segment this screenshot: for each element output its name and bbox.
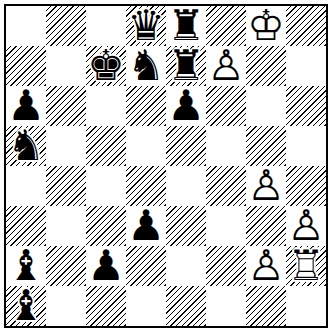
black-pawn-c2[interactable]: ♟ xyxy=(86,246,126,286)
square-g6[interactable] xyxy=(246,86,286,126)
square-f5[interactable] xyxy=(206,126,246,166)
square-a2[interactable]: ♝ xyxy=(6,246,46,286)
square-e4[interactable] xyxy=(166,166,206,206)
square-c8[interactable] xyxy=(86,6,126,46)
square-e3[interactable] xyxy=(166,206,206,246)
square-b2[interactable] xyxy=(46,246,86,286)
square-b4[interactable] xyxy=(46,166,86,206)
square-f7[interactable]: ♟♙ xyxy=(206,46,246,86)
square-c1[interactable] xyxy=(86,286,126,326)
square-a6[interactable]: ♟ xyxy=(6,86,46,126)
square-d7[interactable]: ♞ xyxy=(126,46,166,86)
square-g7[interactable] xyxy=(246,46,286,86)
square-a7[interactable] xyxy=(6,46,46,86)
square-h6[interactable] xyxy=(286,86,326,126)
square-h8[interactable] xyxy=(286,6,326,46)
square-a1[interactable]: ♝ xyxy=(6,286,46,326)
black-king-c7[interactable]: ♚ xyxy=(86,46,126,86)
square-h1[interactable] xyxy=(286,286,326,326)
square-g3[interactable] xyxy=(246,206,286,246)
square-e5[interactable] xyxy=(166,126,206,166)
black-bishop-a2[interactable]: ♝ xyxy=(6,246,46,286)
square-b1[interactable] xyxy=(46,286,86,326)
square-g8[interactable]: ♚♔ xyxy=(246,6,286,46)
square-b6[interactable] xyxy=(46,86,86,126)
square-d8[interactable]: ♛ xyxy=(126,6,166,46)
square-f2[interactable] xyxy=(206,246,246,286)
square-d2[interactable] xyxy=(126,246,166,286)
black-pawn-d3[interactable]: ♟ xyxy=(126,206,166,246)
square-c3[interactable] xyxy=(86,206,126,246)
square-f1[interactable] xyxy=(206,286,246,326)
square-a4[interactable] xyxy=(6,166,46,206)
square-a5[interactable]: ♞ xyxy=(6,126,46,166)
black-rook-e8[interactable]: ♜ xyxy=(166,6,206,46)
square-c5[interactable] xyxy=(86,126,126,166)
white-pawn-f7[interactable]: ♙ xyxy=(206,46,246,86)
square-b3[interactable] xyxy=(46,206,86,246)
square-b5[interactable] xyxy=(46,126,86,166)
white-pawn-g2[interactable]: ♙ xyxy=(246,246,286,286)
square-e6[interactable]: ♟ xyxy=(166,86,206,126)
black-rook-e7[interactable]: ♜ xyxy=(166,46,206,86)
square-a8[interactable] xyxy=(6,6,46,46)
square-g5[interactable] xyxy=(246,126,286,166)
square-b7[interactable] xyxy=(46,46,86,86)
black-knight-a5[interactable]: ♞ xyxy=(6,126,46,166)
square-d5[interactable] xyxy=(126,126,166,166)
square-f6[interactable] xyxy=(206,86,246,126)
square-e8[interactable]: ♜ xyxy=(166,6,206,46)
square-h5[interactable] xyxy=(286,126,326,166)
square-d3[interactable]: ♟ xyxy=(126,206,166,246)
black-queen-d8[interactable]: ♛ xyxy=(126,6,166,46)
square-h7[interactable] xyxy=(286,46,326,86)
square-a3[interactable] xyxy=(6,206,46,246)
white-pawn-h3[interactable]: ♙ xyxy=(286,206,326,246)
square-e7[interactable]: ♜ xyxy=(166,46,206,86)
white-rook-h2[interactable]: ♖ xyxy=(286,246,326,286)
square-g4[interactable]: ♟♙ xyxy=(246,166,286,206)
square-c6[interactable] xyxy=(86,86,126,126)
square-h3[interactable]: ♟♙ xyxy=(286,206,326,246)
black-pawn-a6[interactable]: ♟ xyxy=(6,86,46,126)
white-pawn-g4[interactable]: ♙ xyxy=(246,166,286,206)
square-g2[interactable]: ♟♙ xyxy=(246,246,286,286)
square-c2[interactable]: ♟ xyxy=(86,246,126,286)
square-f3[interactable] xyxy=(206,206,246,246)
black-knight-d7[interactable]: ♞ xyxy=(126,46,166,86)
chess-diagram-page: ♛♜♚♔♚♞♜♟♙♟♟♞♟♙♟♟♙♝♟♟♙♜♖♝ xyxy=(0,0,332,332)
square-d1[interactable] xyxy=(126,286,166,326)
square-f4[interactable] xyxy=(206,166,246,206)
square-h4[interactable] xyxy=(286,166,326,206)
square-c7[interactable]: ♚ xyxy=(86,46,126,86)
black-bishop-a1[interactable]: ♝ xyxy=(6,286,46,326)
square-d6[interactable] xyxy=(126,86,166,126)
square-e1[interactable] xyxy=(166,286,206,326)
white-king-g8[interactable]: ♔ xyxy=(246,6,286,46)
square-g1[interactable] xyxy=(246,286,286,326)
square-h2[interactable]: ♜♖ xyxy=(286,246,326,286)
square-c4[interactable] xyxy=(86,166,126,206)
board-frame: ♛♜♚♔♚♞♜♟♙♟♟♞♟♙♟♟♙♝♟♟♙♜♖♝ xyxy=(4,4,328,328)
square-e2[interactable] xyxy=(166,246,206,286)
square-b8[interactable] xyxy=(46,6,86,46)
square-d4[interactable] xyxy=(126,166,166,206)
square-f8[interactable] xyxy=(206,6,246,46)
chess-board: ♛♜♚♔♚♞♜♟♙♟♟♞♟♙♟♟♙♝♟♟♙♜♖♝ xyxy=(6,6,326,326)
black-pawn-e6[interactable]: ♟ xyxy=(166,86,206,126)
